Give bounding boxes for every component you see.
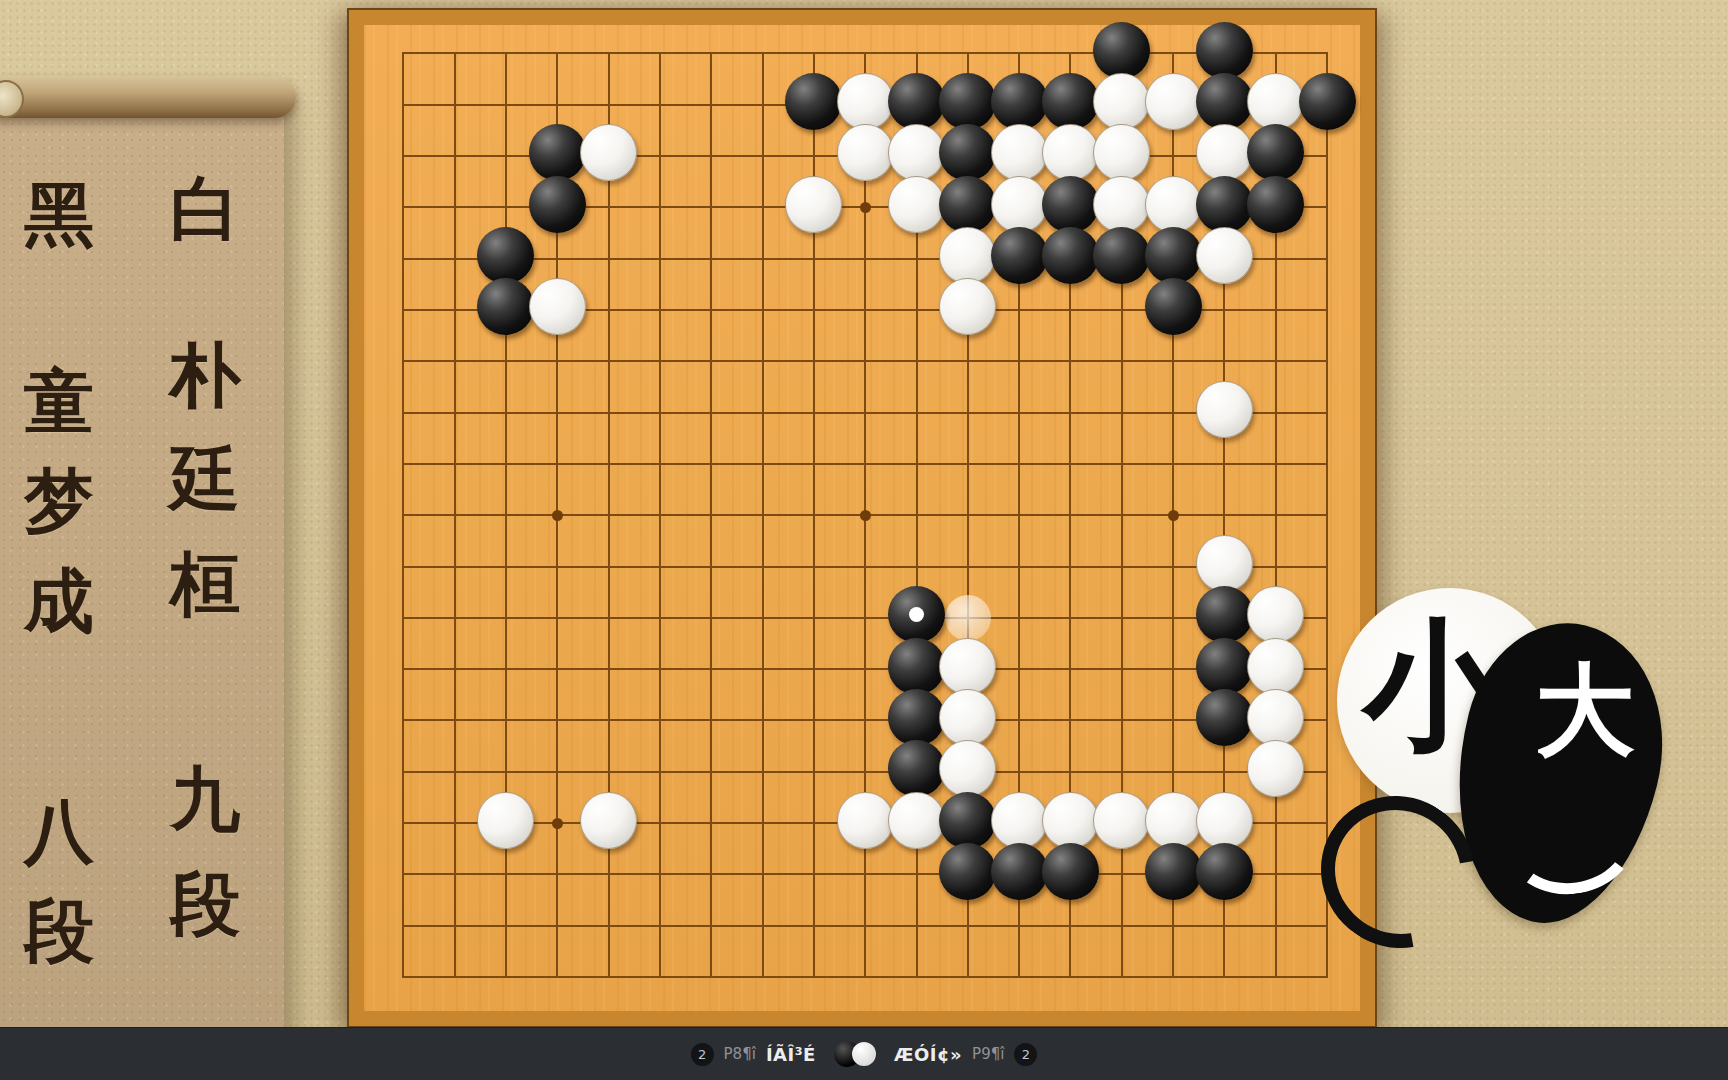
- stone-black[interactable]: [529, 124, 586, 181]
- stone-black[interactable]: [939, 843, 996, 900]
- black-player-name: ÍÃÎ³É: [766, 1044, 816, 1065]
- grid-line-horizontal: [402, 976, 1328, 978]
- stone-black[interactable]: [939, 792, 996, 849]
- stone-white[interactable]: [837, 73, 894, 130]
- stone-black[interactable]: [1196, 638, 1253, 695]
- white-player-column-char: 朴: [160, 329, 250, 423]
- app-background: 白朴廷桓九段黑童梦成八段 小 大 2 P8¶î ÍÃÎ³É ÆÓÍ¢» P9¶î…: [0, 0, 1728, 1080]
- stone-white[interactable]: [580, 792, 637, 849]
- stone-black[interactable]: [888, 689, 945, 746]
- stone-black[interactable]: [1196, 843, 1253, 900]
- stone-black[interactable]: [1145, 227, 1202, 284]
- site-logo: 小 大: [1315, 575, 1695, 955]
- grid-line-horizontal: [402, 719, 1328, 721]
- stone-white[interactable]: [939, 638, 996, 695]
- white-rank-label: P9¶î: [972, 1045, 1004, 1063]
- logo-char-big: 大: [1520, 645, 1650, 780]
- grid-line-horizontal: [402, 566, 1328, 568]
- stone-black[interactable]: [1196, 22, 1253, 79]
- star-point: [860, 202, 871, 213]
- black-player-column-char: 段: [14, 885, 104, 979]
- grid-line-horizontal: [402, 668, 1328, 670]
- stone-black[interactable]: [1042, 227, 1099, 284]
- stone-white[interactable]: [837, 124, 894, 181]
- stone-white[interactable]: [1093, 792, 1150, 849]
- stone-black[interactable]: [1145, 278, 1202, 335]
- stone-white[interactable]: [785, 176, 842, 233]
- stone-white[interactable]: [991, 124, 1048, 181]
- stone-white[interactable]: [991, 176, 1048, 233]
- black-player-column-char: 黑: [14, 169, 104, 263]
- white-player-column-char: 白: [160, 163, 250, 257]
- stone-black[interactable]: [1299, 73, 1356, 130]
- stone-white[interactable]: [1196, 124, 1253, 181]
- stone-black[interactable]: [991, 73, 1048, 130]
- stone-white[interactable]: [1196, 792, 1253, 849]
- stone-black[interactable]: [991, 227, 1048, 284]
- stone-white[interactable]: [1247, 638, 1304, 695]
- stone-black[interactable]: [529, 176, 586, 233]
- stone-white[interactable]: [1042, 124, 1099, 181]
- black-white-stones-icon: [832, 1040, 878, 1068]
- scroll-roll: [0, 76, 296, 118]
- stone-white[interactable]: [1093, 73, 1150, 130]
- white-player-column-char: 桓: [160, 538, 250, 632]
- stone-white[interactable]: [1247, 689, 1304, 746]
- stone-black[interactable]: [1093, 227, 1150, 284]
- stone-white[interactable]: [1247, 73, 1304, 130]
- stone-black[interactable]: [939, 176, 996, 233]
- stone-white[interactable]: [1093, 176, 1150, 233]
- star-point: [860, 510, 871, 521]
- grid-line-horizontal: [402, 617, 1328, 619]
- stone-white[interactable]: [939, 227, 996, 284]
- black-player-column-char: 童: [14, 356, 104, 450]
- stone-white[interactable]: [1196, 381, 1253, 438]
- stone-black[interactable]: [1042, 843, 1099, 900]
- stone-white[interactable]: [888, 176, 945, 233]
- grid-line-horizontal: [402, 771, 1328, 773]
- stone-black[interactable]: [888, 638, 945, 695]
- stone-white[interactable]: [991, 792, 1048, 849]
- stone-black[interactable]: [1247, 176, 1304, 233]
- stone-black[interactable]: [1093, 22, 1150, 79]
- stone-black[interactable]: [1145, 843, 1202, 900]
- ghost-stone-white[interactable]: [945, 595, 991, 641]
- stone-white[interactable]: [1145, 792, 1202, 849]
- black-player-column-char: 成: [14, 555, 104, 649]
- black-rank-label: P8¶î: [724, 1045, 756, 1063]
- stone-white[interactable]: [1145, 176, 1202, 233]
- stone-white[interactable]: [1196, 535, 1253, 592]
- white-player-column-char: 九: [160, 753, 250, 847]
- stone-black[interactable]: [888, 73, 945, 130]
- black-player-column-char: 八: [14, 786, 104, 880]
- stone-white[interactable]: [888, 792, 945, 849]
- stone-black[interactable]: [888, 740, 945, 797]
- stone-white[interactable]: [1145, 73, 1202, 130]
- stone-black[interactable]: [1196, 176, 1253, 233]
- white-player-column-char: 段: [160, 858, 250, 952]
- stone-white[interactable]: [529, 278, 586, 335]
- stone-black[interactable]: [1042, 73, 1099, 130]
- star-point: [1168, 510, 1179, 521]
- black-player-column-char: 梦: [14, 455, 104, 549]
- black-captures-badge: 2: [691, 1043, 714, 1066]
- stone-black[interactable]: [1196, 689, 1253, 746]
- white-player-name: ÆÓÍ¢»: [894, 1044, 962, 1065]
- stone-black[interactable]: [1196, 586, 1253, 643]
- stone-white[interactable]: [477, 792, 534, 849]
- stone-black[interactable]: [939, 73, 996, 130]
- white-stone-icon: [852, 1042, 876, 1066]
- white-player-column-char: 廷: [160, 433, 250, 527]
- stone-white[interactable]: [837, 792, 894, 849]
- grid-line-horizontal: [402, 925, 1328, 927]
- bottom-toolbar: 2 P8¶î ÍÃÎ³É ÆÓÍ¢» P9¶î 2: [0, 1027, 1728, 1080]
- white-captures-badge: 2: [1014, 1043, 1037, 1066]
- stone-black[interactable]: [1196, 73, 1253, 130]
- stone-white[interactable]: [1042, 792, 1099, 849]
- star-point: [552, 818, 563, 829]
- stone-black[interactable]: [1042, 176, 1099, 233]
- stone-white[interactable]: [1196, 227, 1253, 284]
- stone-white[interactable]: [939, 689, 996, 746]
- star-point: [552, 510, 563, 521]
- stone-black[interactable]: [991, 843, 1048, 900]
